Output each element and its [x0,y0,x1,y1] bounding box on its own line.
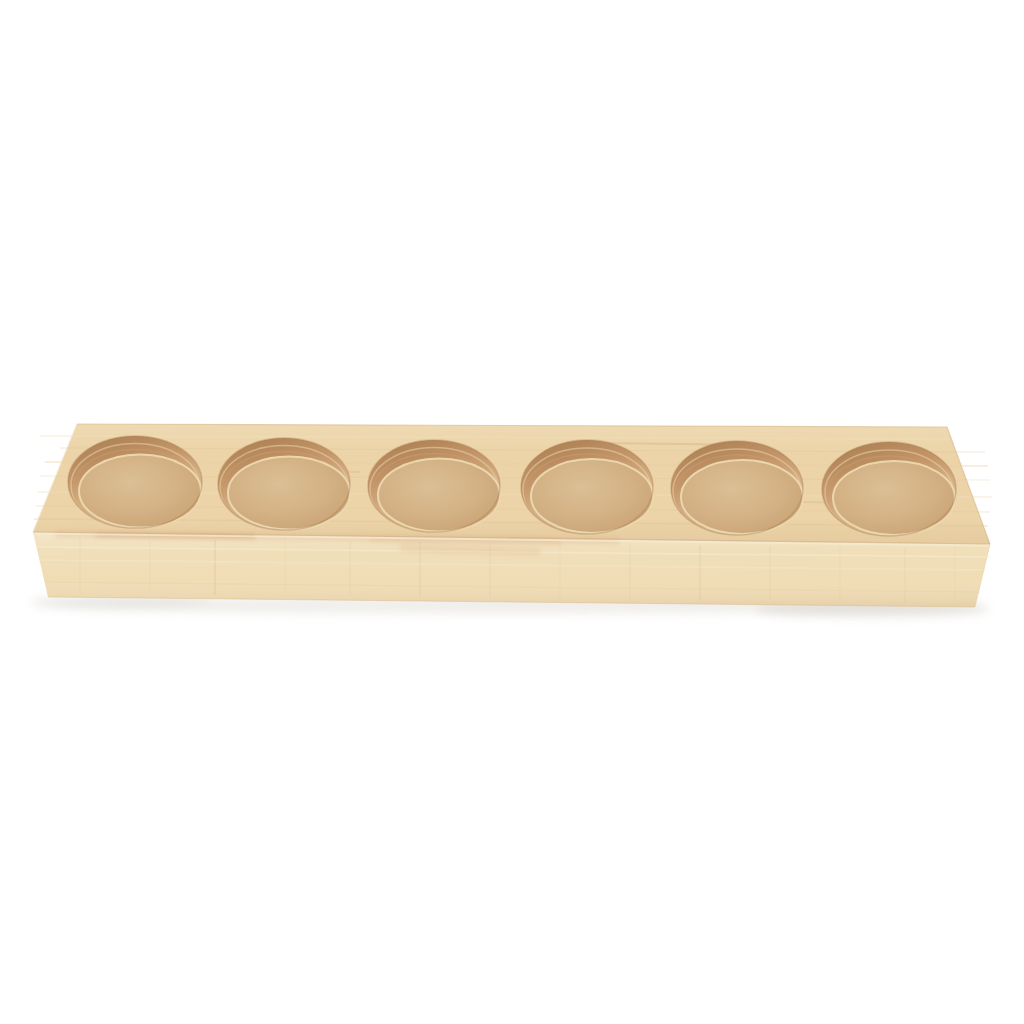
pit-3-floor [378,459,500,532]
pit-1[interactable] [68,436,202,528]
pit-5-floor [681,460,803,534]
pit-2-floor [228,457,350,530]
pit-4-floor [531,459,653,533]
mancala-board-photo [0,0,1024,1024]
pit-3[interactable] [368,440,500,532]
pit-6-floor [833,461,955,535]
pit-5[interactable] [671,441,803,535]
scene [0,0,1024,1024]
pit-2[interactable] [218,438,350,530]
pit-6[interactable] [822,442,956,536]
pit-1-floor [79,455,201,528]
pit-4[interactable] [521,440,653,534]
